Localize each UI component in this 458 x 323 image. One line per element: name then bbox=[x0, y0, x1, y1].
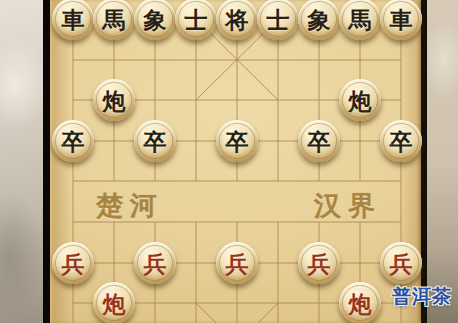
piece-black-soldier[interactable]: 卒 bbox=[216, 120, 258, 162]
piece-glyph: 炮 bbox=[349, 89, 372, 112]
piece-black-soldier[interactable]: 卒 bbox=[52, 120, 94, 162]
piece-glyph: 卒 bbox=[62, 130, 85, 153]
piece-black-soldier[interactable]: 卒 bbox=[380, 120, 422, 162]
xiangqi-board: 楚河 汉界 車馬象士将士象馬車炮炮卒卒卒卒卒兵兵兵兵兵炮炮 bbox=[43, 0, 427, 323]
watermark: 普洱茶 bbox=[390, 284, 454, 310]
piece-glyph: 兵 bbox=[390, 252, 413, 275]
piece-red-soldier[interactable]: 兵 bbox=[380, 242, 422, 284]
piece-black-advisor[interactable]: 士 bbox=[257, 0, 299, 40]
piece-black-horse[interactable]: 馬 bbox=[93, 0, 135, 40]
background-right bbox=[427, 0, 458, 323]
piece-black-cannon[interactable]: 炮 bbox=[339, 79, 381, 121]
piece-glyph: 卒 bbox=[390, 130, 413, 153]
piece-glyph: 馬 bbox=[349, 8, 372, 31]
piece-black-chariot[interactable]: 車 bbox=[380, 0, 422, 40]
piece-glyph: 士 bbox=[185, 8, 208, 31]
river-label-chu: 楚河 bbox=[96, 188, 164, 224]
piece-glyph: 兵 bbox=[144, 252, 167, 275]
piece-black-advisor[interactable]: 士 bbox=[175, 0, 217, 40]
river-label-han: 汉界 bbox=[314, 188, 382, 224]
piece-black-soldier[interactable]: 卒 bbox=[134, 120, 176, 162]
piece-red-soldier[interactable]: 兵 bbox=[134, 242, 176, 284]
piece-black-cannon[interactable]: 炮 bbox=[93, 79, 135, 121]
piece-glyph: 兵 bbox=[308, 252, 331, 275]
piece-glyph: 炮 bbox=[103, 89, 126, 112]
piece-black-elephant[interactable]: 象 bbox=[298, 0, 340, 40]
piece-black-elephant[interactable]: 象 bbox=[134, 0, 176, 40]
piece-red-soldier[interactable]: 兵 bbox=[216, 242, 258, 284]
piece-black-horse[interactable]: 馬 bbox=[339, 0, 381, 40]
piece-red-soldier[interactable]: 兵 bbox=[52, 242, 94, 284]
piece-glyph: 車 bbox=[62, 8, 85, 31]
board-surface[interactable]: 楚河 汉界 車馬象士将士象馬車炮炮卒卒卒卒卒兵兵兵兵兵炮炮 bbox=[50, 0, 421, 323]
piece-glyph: 象 bbox=[308, 8, 331, 31]
piece-glyph: 炮 bbox=[349, 292, 372, 315]
piece-black-general[interactable]: 将 bbox=[216, 0, 258, 40]
piece-black-soldier[interactable]: 卒 bbox=[298, 120, 340, 162]
piece-red-cannon[interactable]: 炮 bbox=[339, 282, 381, 323]
piece-glyph: 兵 bbox=[226, 252, 249, 275]
piece-glyph: 卒 bbox=[226, 130, 249, 153]
screenshot-root: 楚河 汉界 車馬象士将士象馬車炮炮卒卒卒卒卒兵兵兵兵兵炮炮 普洱茶 bbox=[0, 0, 458, 323]
piece-red-cannon[interactable]: 炮 bbox=[93, 282, 135, 323]
piece-glyph: 将 bbox=[226, 8, 249, 31]
piece-glyph: 卒 bbox=[308, 130, 331, 153]
piece-glyph: 象 bbox=[144, 8, 167, 31]
piece-glyph: 車 bbox=[390, 8, 413, 31]
background-left bbox=[0, 0, 43, 323]
piece-black-chariot[interactable]: 車 bbox=[52, 0, 94, 40]
piece-glyph: 卒 bbox=[144, 130, 167, 153]
piece-glyph: 士 bbox=[267, 8, 290, 31]
piece-glyph: 兵 bbox=[62, 252, 85, 275]
piece-glyph: 炮 bbox=[103, 292, 126, 315]
piece-red-soldier[interactable]: 兵 bbox=[298, 242, 340, 284]
piece-glyph: 馬 bbox=[103, 8, 126, 31]
